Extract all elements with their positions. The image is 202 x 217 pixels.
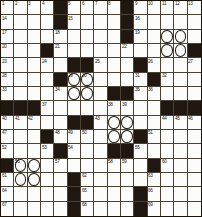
clue-number: 21: [55, 44, 60, 49]
clue-number: 55: [135, 145, 140, 150]
clue-number: 44: [162, 116, 167, 121]
cell-r6c12: [148, 73, 161, 87]
circle-marker: [161, 44, 173, 57]
clue-number: 31: [135, 73, 140, 78]
cell-r5c7: [81, 58, 94, 72]
cell-r2c13[interactable]: [161, 15, 174, 29]
clue-number: 52: [2, 145, 7, 150]
cell-r1c14[interactable]: 12: [174, 1, 187, 15]
cell-r4c11[interactable]: [134, 44, 147, 58]
cell-r12c14[interactable]: [174, 159, 187, 173]
cell-r6c5: [54, 73, 67, 87]
cell-r10c13[interactable]: [161, 130, 174, 144]
cell-r9c13[interactable]: 44: [161, 116, 174, 130]
cell-r15c7[interactable]: 68: [81, 202, 94, 216]
clue-number: 50: [82, 130, 87, 135]
clue-number: 2: [15, 1, 17, 6]
cell-r3c4[interactable]: [41, 30, 54, 44]
cell-r2c12[interactable]: [148, 15, 161, 29]
cell-r3c11[interactable]: 19: [134, 30, 147, 44]
clue-number: 54: [68, 145, 73, 150]
cell-r15c4[interactable]: [41, 202, 54, 216]
circle-marker: [28, 173, 40, 186]
cell-r2c15[interactable]: [188, 15, 201, 29]
cell-r12c3[interactable]: [28, 159, 41, 173]
cell-r6c13[interactable]: 32: [161, 73, 174, 87]
cell-r6c4[interactable]: [41, 73, 54, 87]
cell-r11c1[interactable]: 52: [1, 144, 14, 158]
cell-r7c6[interactable]: [68, 87, 81, 101]
cell-r1c8[interactable]: 7: [94, 1, 107, 15]
clue-number: 7: [95, 1, 97, 6]
clue-number: 66: [148, 188, 153, 193]
cell-r15c1[interactable]: 67: [1, 202, 14, 216]
cell-r2c4[interactable]: [41, 15, 54, 29]
cell-r14c13[interactable]: [161, 187, 174, 201]
cell-r3c7[interactable]: [81, 30, 94, 44]
cell-r14c3[interactable]: [28, 187, 41, 201]
cell-r3c6[interactable]: [68, 30, 81, 44]
cell-r7c15[interactable]: [188, 87, 201, 101]
cell-r13c9[interactable]: [108, 173, 121, 187]
cell-r8c11[interactable]: [134, 101, 147, 115]
cell-r11c2[interactable]: [14, 144, 27, 158]
cell-r12c13[interactable]: 60: [161, 159, 174, 173]
clue-number: 61: [2, 173, 7, 178]
clue-number: 20: [2, 44, 7, 49]
cell-r10c14[interactable]: [174, 130, 187, 144]
cell-r15c15[interactable]: [188, 202, 201, 216]
cell-r5c8[interactable]: 25: [94, 58, 107, 72]
clue-number: 40: [2, 116, 7, 121]
cell-r3c12[interactable]: [148, 30, 161, 44]
cell-r15c6: [68, 202, 81, 216]
cell-r10c9[interactable]: [108, 130, 121, 144]
cell-r1c3[interactable]: 3: [28, 1, 41, 15]
clue-number: 13: [188, 1, 193, 6]
cell-r1c1[interactable]: 1: [1, 1, 14, 15]
cell-r10c10[interactable]: [121, 130, 134, 144]
circle-marker: [175, 44, 187, 57]
cell-r5c13[interactable]: [161, 58, 174, 72]
cell-r7c10: [121, 87, 134, 101]
cell-r4c3[interactable]: [28, 44, 41, 58]
cell-r13c7[interactable]: 62: [81, 173, 94, 187]
cell-r3c15[interactable]: [188, 30, 201, 44]
cell-r12c4[interactable]: [41, 159, 54, 173]
clue-number: 63: [148, 173, 153, 178]
cell-r12c6[interactable]: [68, 159, 81, 173]
cell-r10c2[interactable]: [14, 130, 27, 144]
cell-r5c9[interactable]: [108, 58, 121, 72]
cell-r9c5[interactable]: [54, 116, 67, 130]
cell-r15c5[interactable]: [54, 202, 67, 216]
cell-r10c4: [41, 130, 54, 144]
cell-r7c1[interactable]: 33: [1, 87, 14, 101]
cell-r8c8[interactable]: [94, 101, 107, 115]
cell-r5c1[interactable]: 23: [1, 58, 14, 72]
clue-number: 42: [28, 116, 33, 121]
cell-r12c7[interactable]: [81, 159, 94, 173]
cell-r6c14[interactable]: [174, 73, 187, 87]
cell-r11c7[interactable]: [81, 144, 94, 158]
clue-number: 37: [42, 102, 47, 107]
cell-r6c15[interactable]: [188, 73, 201, 87]
clue-number: 15: [68, 16, 73, 21]
cell-r13c10[interactable]: [121, 173, 134, 187]
cell-r15c13[interactable]: [161, 202, 174, 216]
cell-r10c8[interactable]: [94, 130, 107, 144]
cell-r8c15: [188, 101, 201, 115]
cell-r4c14[interactable]: [174, 44, 187, 58]
cell-r1c10: [121, 1, 134, 15]
cell-r5c14[interactable]: [174, 58, 187, 72]
cell-r8c2: [14, 101, 27, 115]
clue-number: 32: [162, 73, 167, 78]
cell-r7c4[interactable]: [41, 87, 54, 101]
cell-r2c8[interactable]: [94, 15, 107, 29]
cell-r13c1[interactable]: 61: [1, 173, 14, 187]
clue-number: 26: [148, 59, 153, 64]
clue-number: 33: [2, 87, 7, 92]
cell-r6c2[interactable]: [14, 73, 27, 87]
clue-number: 8: [108, 1, 110, 6]
clue-number: 58: [108, 159, 113, 164]
clue-number: 10: [148, 1, 153, 6]
cell-r11c11[interactable]: 55: [134, 144, 147, 158]
cell-r6c10[interactable]: [121, 73, 134, 87]
cell-r2c14[interactable]: [174, 15, 187, 29]
clue-number: 49: [68, 130, 73, 135]
cell-r2c7[interactable]: [81, 15, 94, 29]
circle-marker: [28, 159, 40, 172]
cell-r12c9[interactable]: 58: [108, 159, 121, 173]
circle-marker: [108, 116, 120, 129]
clue-number: 57: [55, 159, 60, 164]
cell-r15c11: [134, 202, 147, 216]
clue-number: 45: [175, 116, 180, 121]
cell-r2c6[interactable]: 15: [68, 15, 81, 29]
cell-r4c6[interactable]: [68, 44, 81, 58]
cell-r7c3[interactable]: [28, 87, 41, 101]
cell-r14c11: [134, 187, 147, 201]
cell-r1c12[interactable]: 10: [148, 1, 161, 15]
cell-r14c12[interactable]: 66: [148, 187, 161, 201]
clue-number: 5: [68, 1, 70, 6]
clue-number: 43: [95, 116, 100, 121]
clue-number: 28: [2, 73, 7, 78]
cell-r5c5[interactable]: [54, 58, 67, 72]
circle-marker: [175, 30, 187, 43]
cell-r15c8[interactable]: [94, 202, 107, 216]
cell-r14c10[interactable]: [121, 187, 134, 201]
cell-r3c8[interactable]: [94, 30, 107, 44]
cell-r14c6: [68, 187, 81, 201]
cell-r4c4: [41, 44, 54, 58]
cell-r9c9[interactable]: [108, 116, 121, 130]
cell-r15c9[interactable]: [108, 202, 121, 216]
cell-r15c2[interactable]: [14, 202, 27, 216]
clue-number: 27: [188, 59, 193, 64]
cell-r13c5[interactable]: [54, 173, 67, 187]
cell-r8c3: [28, 101, 41, 115]
clue-number: 34: [55, 87, 60, 92]
cell-r4c10[interactable]: 22: [121, 44, 134, 58]
cell-r10c6[interactable]: 49: [68, 130, 81, 144]
clue-number: 68: [82, 202, 87, 207]
cell-r6c7[interactable]: 30: [81, 73, 94, 87]
cell-r9c7: [81, 116, 94, 130]
cell-r2c1[interactable]: 14: [1, 15, 14, 29]
clue-number: 14: [2, 16, 7, 21]
cell-r2c2[interactable]: [14, 15, 27, 29]
cell-r13c11[interactable]: [134, 173, 147, 187]
cell-r14c4[interactable]: [41, 187, 54, 201]
cell-r2c11[interactable]: 16: [134, 15, 147, 29]
clue-number: 36: [148, 87, 153, 92]
cell-r3c13[interactable]: [161, 30, 174, 44]
cell-r4c5[interactable]: 21: [54, 44, 67, 58]
cell-r11c4[interactable]: 53: [41, 144, 54, 158]
clue-number: 62: [82, 173, 87, 178]
clue-number: 17: [2, 30, 7, 35]
cell-r9c15[interactable]: 46: [188, 116, 201, 130]
cell-r10c11: [134, 130, 147, 144]
cell-r14c5[interactable]: [54, 187, 67, 201]
cell-r11c14[interactable]: [174, 144, 187, 158]
cell-r5c12[interactable]: 26: [148, 58, 161, 72]
cell-r7c2[interactable]: [14, 87, 27, 101]
clue-number: 6: [82, 1, 84, 6]
circle-marker: [81, 73, 93, 86]
clue-number: 25: [95, 59, 100, 64]
cell-r5c3[interactable]: [28, 58, 41, 72]
cell-r1c5: [54, 1, 67, 15]
clue-number: 19: [135, 30, 140, 35]
clue-number: 4: [42, 1, 44, 6]
cell-r10c3[interactable]: [28, 130, 41, 144]
cell-r4c7[interactable]: [81, 44, 94, 58]
cell-r5c11: [134, 58, 147, 72]
cell-r8c9[interactable]: 38: [108, 101, 121, 115]
cell-r11c13[interactable]: [161, 144, 174, 158]
cell-r12c11[interactable]: [134, 159, 147, 173]
cell-r12c15[interactable]: [188, 159, 201, 173]
cell-r5c10[interactable]: [121, 58, 134, 72]
cell-r7c11[interactable]: 35: [134, 87, 147, 101]
clue-number: 9: [135, 1, 137, 6]
cell-r4c15: [188, 44, 201, 58]
cell-r9c1[interactable]: 40: [1, 116, 14, 130]
cell-r9c10[interactable]: [121, 116, 134, 130]
cell-r1c6[interactable]: 5: [68, 1, 81, 15]
cell-r15c3[interactable]: [28, 202, 41, 216]
cell-r11c9: [108, 144, 121, 158]
cell-r13c8[interactable]: [94, 173, 107, 187]
cell-r8c12[interactable]: [148, 101, 161, 115]
clue-number: 18: [55, 30, 60, 35]
cell-r10c12[interactable]: 51: [148, 130, 161, 144]
cell-r11c8[interactable]: [94, 144, 107, 158]
clue-number: 47: [2, 130, 7, 135]
cell-r6c8[interactable]: [94, 73, 107, 87]
cell-r1c13[interactable]: 11: [161, 1, 174, 15]
cell-r13c2[interactable]: [14, 173, 27, 187]
cell-r1c7[interactable]: 6: [81, 1, 94, 15]
cell-r7c12[interactable]: 36: [148, 87, 161, 101]
cell-r10c5[interactable]: 48: [54, 130, 67, 144]
cell-r12c10[interactable]: 59: [121, 159, 134, 173]
clue-number: 3: [28, 1, 30, 6]
cell-r7c9: [108, 87, 121, 101]
cell-r13c3[interactable]: [28, 173, 41, 187]
cell-r8c10[interactable]: 39: [121, 101, 134, 115]
cell-r1c15[interactable]: 13: [188, 1, 201, 15]
cell-r6c3[interactable]: [28, 73, 41, 87]
cell-r14c9[interactable]: [108, 187, 121, 201]
circle-marker: [81, 87, 93, 100]
cell-r12c1: [1, 159, 14, 173]
cell-r6c6[interactable]: 29: [68, 73, 81, 87]
circle-marker: [68, 87, 80, 100]
cell-r6c11[interactable]: 31: [134, 73, 147, 87]
cell-r8c7[interactable]: [81, 101, 94, 115]
clue-number: 35: [135, 87, 140, 92]
circle-marker: [68, 73, 80, 86]
cell-r3c10: [121, 30, 134, 44]
cell-r1c11[interactable]: 9: [134, 1, 147, 15]
cell-r6c1[interactable]: 28: [1, 73, 14, 87]
cell-r4c1[interactable]: 20: [1, 44, 14, 58]
clue-number: 39: [122, 102, 127, 107]
cell-r9c14[interactable]: 45: [174, 116, 187, 130]
cell-r11c3[interactable]: [28, 144, 41, 158]
cell-r4c13[interactable]: [161, 44, 174, 58]
cell-r8c1: [1, 101, 14, 115]
cell-r11c15[interactable]: [188, 144, 201, 158]
cell-r8c4[interactable]: 37: [41, 101, 54, 115]
cell-r9c6: [68, 116, 81, 130]
cell-r2c5: [54, 15, 67, 29]
cell-r3c1[interactable]: 17: [1, 30, 14, 44]
circle-marker: [15, 159, 27, 172]
clue-number: 1: [2, 1, 4, 6]
cell-r14c14[interactable]: [174, 187, 187, 201]
cell-r8c13: [161, 101, 174, 115]
clue-number: 16: [135, 16, 140, 21]
clue-number: 65: [82, 188, 87, 193]
cell-r3c9[interactable]: [108, 30, 121, 44]
cell-r1c9[interactable]: 8: [108, 1, 121, 15]
clue-number: 48: [55, 130, 60, 135]
cell-r12c2[interactable]: 56: [14, 159, 27, 173]
cell-r10c1[interactable]: 47: [1, 130, 14, 144]
cell-r11c10: [121, 144, 134, 158]
cell-r1c2[interactable]: 2: [14, 1, 27, 15]
cell-r8c14: [174, 101, 187, 115]
cell-r4c9[interactable]: [108, 44, 121, 58]
clue-number: 46: [188, 116, 193, 121]
cell-r9c3[interactable]: 42: [28, 116, 41, 130]
cell-r12c5[interactable]: 57: [54, 159, 67, 173]
circle-marker: [121, 130, 133, 143]
cell-r3c14[interactable]: [174, 30, 187, 44]
cell-r9c2[interactable]: 41: [14, 116, 27, 130]
cell-r9c11[interactable]: [134, 116, 147, 130]
cell-r7c13[interactable]: [161, 87, 174, 101]
cell-r14c8[interactable]: [94, 187, 107, 201]
cell-r15c10[interactable]: [121, 202, 134, 216]
cell-r4c8[interactable]: [94, 44, 107, 58]
cell-r3c2[interactable]: [14, 30, 27, 44]
cell-r13c12[interactable]: 63: [148, 173, 161, 187]
cell-r13c14[interactable]: [174, 173, 187, 187]
cell-r11c6[interactable]: 54: [68, 144, 81, 158]
cell-r5c15[interactable]: 27: [188, 58, 201, 72]
cell-r11c5: [54, 144, 67, 158]
cell-r5c2[interactable]: [14, 58, 27, 72]
cell-r2c3[interactable]: [28, 15, 41, 29]
clue-number: 11: [162, 1, 166, 6]
cell-r5c6: [68, 58, 81, 72]
clue-number: 67: [2, 202, 7, 207]
cell-r14c2[interactable]: [14, 187, 27, 201]
cell-r1c4[interactable]: 4: [41, 1, 54, 15]
cell-r14c15[interactable]: [188, 187, 201, 201]
cell-r15c12[interactable]: 69: [148, 202, 161, 216]
cell-r7c8[interactable]: [94, 87, 107, 101]
cell-r6c9[interactable]: [108, 73, 121, 87]
cell-r7c7[interactable]: [81, 87, 94, 101]
clue-number: 53: [42, 145, 47, 150]
cell-r13c15[interactable]: [188, 173, 201, 187]
cell-r2c9[interactable]: [108, 15, 121, 29]
clue-number: 12: [175, 1, 180, 6]
cell-r10c7[interactable]: 50: [81, 130, 94, 144]
cell-r13c13[interactable]: [161, 173, 174, 187]
cell-r3c5[interactable]: 18: [54, 30, 67, 44]
clue-number: 51: [148, 130, 153, 135]
cell-r8c5[interactable]: [54, 101, 67, 115]
circle-marker: [121, 116, 133, 129]
cell-r9c12[interactable]: [148, 116, 161, 130]
cell-r7c5[interactable]: 34: [54, 87, 67, 101]
clue-number: 69: [148, 202, 153, 207]
cell-r7c14[interactable]: [174, 87, 187, 101]
cell-r12c8[interactable]: [94, 159, 107, 173]
cell-r10c15[interactable]: [188, 130, 201, 144]
cell-r12c12: [148, 159, 161, 173]
cell-r13c6: [68, 173, 81, 187]
cell-r13c4[interactable]: [41, 173, 54, 187]
clue-number: 22: [122, 44, 127, 49]
cell-r5c4[interactable]: 24: [41, 58, 54, 72]
circle-marker: [15, 173, 27, 186]
cell-r14c1[interactable]: 64: [1, 187, 14, 201]
cell-r14c7[interactable]: 65: [81, 187, 94, 201]
cell-r4c2[interactable]: [14, 44, 27, 58]
cell-r9c8[interactable]: 43: [94, 116, 107, 130]
cell-r2c10: [121, 15, 134, 29]
cell-r8c6[interactable]: [68, 101, 81, 115]
cell-r9c4[interactable]: [41, 116, 54, 130]
cell-r4c12[interactable]: [148, 44, 161, 58]
cell-r3c3[interactable]: [28, 30, 41, 44]
cell-r11c12[interactable]: [148, 144, 161, 158]
crossword-board: 1234567891011121314151617181920212223242…: [0, 0, 202, 217]
clue-number: 24: [42, 59, 47, 64]
cell-r15c14[interactable]: [174, 202, 187, 216]
